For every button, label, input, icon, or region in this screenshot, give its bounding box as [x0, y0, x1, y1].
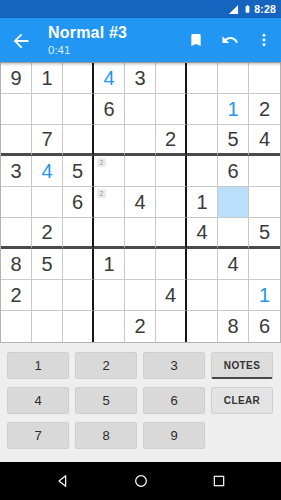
- cell-r5c2[interactable]: [32, 187, 63, 218]
- cell-r8c5[interactable]: [125, 280, 156, 311]
- overflow-menu-icon: [256, 32, 272, 48]
- cell-r4c5[interactable]: [125, 156, 156, 187]
- overflow-menu-button[interactable]: [247, 18, 281, 62]
- cell-r1c1[interactable]: 9: [1, 63, 32, 94]
- cell-r3c5[interactable]: [125, 125, 156, 156]
- pencil-note: 2: [97, 158, 106, 167]
- cell-r7c1[interactable]: 8: [1, 249, 32, 280]
- keypad-digit-5[interactable]: 5: [75, 387, 137, 414]
- cell-r5c9[interactable]: [249, 187, 280, 218]
- app-bar-actions: [179, 18, 281, 62]
- keypad-digit-1[interactable]: 1: [7, 352, 69, 379]
- cell-r3c6[interactable]: 2: [156, 125, 187, 156]
- cell-r9c3[interactable]: [63, 311, 94, 342]
- cell-r3c3[interactable]: [63, 125, 94, 156]
- cell-r2c6[interactable]: [156, 94, 187, 125]
- back-arrow-icon[interactable]: [10, 30, 32, 52]
- cell-r7c8[interactable]: 4: [218, 249, 249, 280]
- cell-r8c2[interactable]: [32, 280, 63, 311]
- cell-r6c6[interactable]: [156, 218, 187, 249]
- cell-r8c3[interactable]: [63, 280, 94, 311]
- cell-r2c9[interactable]: 2: [249, 94, 280, 125]
- cell-r5c3[interactable]: 6: [63, 187, 94, 218]
- cell-r4c7[interactable]: [187, 156, 218, 187]
- android-nav-bar: [0, 462, 281, 500]
- cell-r5c8[interactable]: [218, 187, 249, 218]
- bookmark-icon: [188, 32, 204, 48]
- cell-r7c5[interactable]: [125, 249, 156, 280]
- undo-button[interactable]: [213, 18, 247, 62]
- cell-r5c6[interactable]: [156, 187, 187, 218]
- keypad-digit-7[interactable]: 7: [7, 422, 69, 449]
- notes-button[interactable]: NOTES: [211, 352, 273, 379]
- cell-r6c8[interactable]: [218, 218, 249, 249]
- keypad-digit-8[interactable]: 8: [75, 422, 137, 449]
- cell-r7c3[interactable]: [63, 249, 94, 280]
- cell-r4c6[interactable]: [156, 156, 187, 187]
- keypad: NOTES CLEAR 123456789: [0, 343, 281, 462]
- cell-r1c8[interactable]: [218, 63, 249, 94]
- cell-r9c2[interactable]: [32, 311, 63, 342]
- recents-icon[interactable]: [211, 473, 227, 489]
- cell-r2c8[interactable]: 1: [218, 94, 249, 125]
- cell-r5c5[interactable]: 4: [125, 187, 156, 218]
- cell-r6c4[interactable]: [94, 218, 125, 249]
- cell-r7c2[interactable]: 5: [32, 249, 63, 280]
- cell-r6c5[interactable]: [125, 218, 156, 249]
- cell-r7c7[interactable]: [187, 249, 218, 280]
- cell-r5c1[interactable]: [1, 187, 32, 218]
- cell-r8c7[interactable]: [187, 280, 218, 311]
- cell-r9c6[interactable]: [156, 311, 187, 342]
- cell-r9c4[interactable]: [94, 311, 125, 342]
- cell-r9c7[interactable]: [187, 311, 218, 342]
- keypad-digit-3[interactable]: 3: [143, 352, 205, 379]
- cell-r3c9[interactable]: 4: [249, 125, 280, 156]
- cell-r3c8[interactable]: 5: [218, 125, 249, 156]
- cell-r3c1[interactable]: [1, 125, 32, 156]
- cell-r2c2[interactable]: [32, 94, 63, 125]
- cell-r4c3[interactable]: 5: [63, 156, 94, 187]
- keypad-digit-2[interactable]: 2: [75, 352, 137, 379]
- cell-r5c4[interactable]: 2: [94, 187, 125, 218]
- cell-r7c9[interactable]: [249, 249, 280, 280]
- cell-r8c9[interactable]: 1: [249, 280, 280, 311]
- cell-r4c4[interactable]: 2: [94, 156, 125, 187]
- cell-r2c3[interactable]: [63, 94, 94, 125]
- battery-icon: [243, 3, 252, 15]
- cell-r8c6[interactable]: 4: [156, 280, 187, 311]
- cell-r1c2[interactable]: 1: [32, 63, 63, 94]
- cell-r9c8[interactable]: 8: [218, 311, 249, 342]
- cell-r4c2[interactable]: 4: [32, 156, 63, 187]
- cell-r4c1[interactable]: 3: [1, 156, 32, 187]
- cell-r8c1[interactable]: 2: [1, 280, 32, 311]
- status-bar: 8:28: [0, 0, 281, 18]
- game-timer: 0:41: [48, 43, 127, 57]
- page-title: Normal #3: [48, 23, 127, 43]
- cell-r4c9[interactable]: [249, 156, 280, 187]
- cell-r9c1[interactable]: [1, 311, 32, 342]
- app-bar: Normal #3 0:41: [0, 18, 281, 62]
- cell-r6c1[interactable]: [1, 218, 32, 249]
- cell-r1c7[interactable]: [187, 63, 218, 94]
- cell-r2c1[interactable]: [1, 94, 32, 125]
- keypad-digit-6[interactable]: 6: [143, 387, 205, 414]
- cell-r7c6[interactable]: [156, 249, 187, 280]
- cell-r9c5[interactable]: 2: [125, 311, 156, 342]
- cell-r2c5[interactable]: [125, 94, 156, 125]
- cell-r9c9[interactable]: 6: [249, 311, 280, 342]
- home-icon[interactable]: [133, 473, 149, 489]
- clear-button[interactable]: CLEAR: [211, 387, 273, 414]
- keypad-digit-4[interactable]: 4: [7, 387, 69, 414]
- bookmark-button[interactable]: [179, 18, 213, 62]
- cell-r7c4[interactable]: 1: [94, 249, 125, 280]
- keypad-digit-9[interactable]: 9: [143, 422, 205, 449]
- cell-r5c7[interactable]: 1: [187, 187, 218, 218]
- cell-r1c5[interactable]: 3: [125, 63, 156, 94]
- cell-r6c3[interactable]: [63, 218, 94, 249]
- cell-r3c2[interactable]: 7: [32, 125, 63, 156]
- sudoku-app-screen: 8:28 Normal #3 0:41 91436127254345266241…: [0, 0, 281, 500]
- back-icon[interactable]: [55, 473, 71, 489]
- cell-r6c9[interactable]: 5: [249, 218, 280, 249]
- cell-r2c4[interactable]: 6: [94, 94, 125, 125]
- signal-icon: [228, 4, 239, 15]
- cell-r6c7[interactable]: 4: [187, 218, 218, 249]
- sudoku-board: 914361272543452662412458514241286: [0, 62, 281, 343]
- cell-r8c8[interactable]: [218, 280, 249, 311]
- cell-r2c7[interactable]: [187, 94, 218, 125]
- undo-icon: [221, 31, 239, 49]
- status-time: 8:28: [254, 3, 276, 15]
- cell-r4c8[interactable]: 6: [218, 156, 249, 187]
- cell-r1c4[interactable]: 4: [94, 63, 125, 94]
- app-bar-titles: Normal #3 0:41: [48, 23, 127, 57]
- pencil-note: 2: [97, 189, 106, 198]
- cell-r6c2[interactable]: 2: [32, 218, 63, 249]
- cell-r1c6[interactable]: [156, 63, 187, 94]
- cell-r3c4[interactable]: [94, 125, 125, 156]
- cell-r3c7[interactable]: [187, 125, 218, 156]
- cell-r8c4[interactable]: [94, 280, 125, 311]
- cell-r1c9[interactable]: [249, 63, 280, 94]
- cell-r1c3[interactable]: [63, 63, 94, 94]
